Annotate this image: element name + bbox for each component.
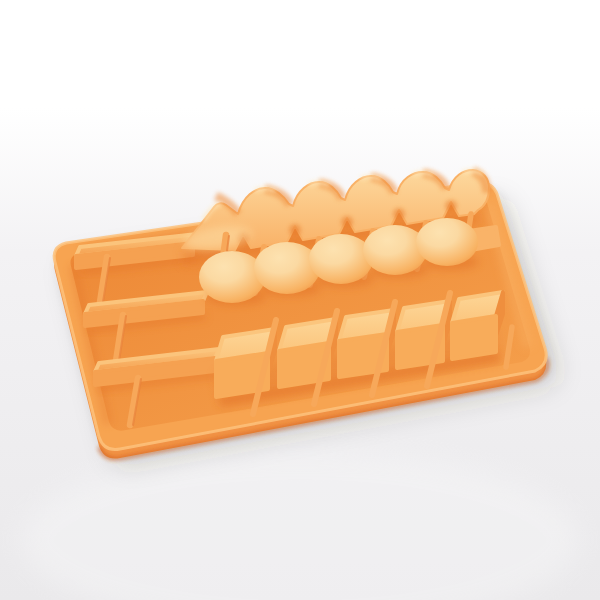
ball-cavity (416, 218, 478, 266)
product-photo-silicone-mold (0, 0, 600, 600)
glint (256, 189, 274, 191)
ball-cavity (309, 234, 373, 284)
ball-cavity (254, 242, 320, 294)
glint (310, 183, 328, 185)
glint (414, 173, 432, 175)
ball-cavity (199, 251, 265, 303)
square-front (452, 316, 496, 359)
notch-shadow (445, 200, 457, 212)
notch-shadow (289, 224, 301, 236)
notch-shadow (393, 208, 405, 220)
glint (362, 177, 380, 179)
ball-cavity (363, 225, 427, 275)
notch-shadow (341, 216, 353, 228)
